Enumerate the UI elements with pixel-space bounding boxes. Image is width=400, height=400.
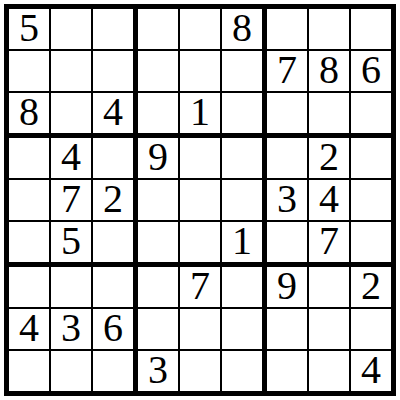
cell-r7c6[interactable]	[222, 267, 262, 307]
cell-r7c9[interactable]: 2	[351, 267, 391, 307]
cell-r1c1[interactable]: 5	[9, 9, 49, 49]
cell-r4c6[interactable]	[222, 138, 262, 178]
cell-r3c7[interactable]	[267, 93, 307, 133]
cell-r2c1[interactable]	[9, 51, 49, 91]
box-9: 924	[267, 267, 391, 391]
given-digit: 8	[19, 92, 39, 132]
cell-r9c9[interactable]: 4	[351, 351, 391, 391]
cell-r2c7[interactable]: 7	[267, 51, 307, 91]
given-digit: 9	[277, 266, 297, 306]
cell-r3c5[interactable]: 1	[180, 93, 220, 133]
cell-r7c3[interactable]	[93, 267, 133, 307]
cell-r7c2[interactable]	[51, 267, 91, 307]
cell-r4c5[interactable]	[180, 138, 220, 178]
given-digit: 7	[319, 221, 339, 261]
cell-r6c3[interactable]	[93, 222, 133, 262]
box-4: 4725	[9, 138, 133, 262]
cell-r9c7[interactable]	[267, 351, 307, 391]
given-digit: 3	[148, 350, 168, 390]
cell-r3c8[interactable]	[309, 93, 349, 133]
cell-r9c1[interactable]	[9, 351, 49, 391]
cell-r5c6[interactable]	[222, 180, 262, 220]
given-digit: 8	[319, 50, 339, 90]
cell-r9c2[interactable]	[51, 351, 91, 391]
cell-r1c3[interactable]	[93, 9, 133, 49]
given-digit: 8	[232, 8, 252, 48]
box-1: 584	[9, 9, 133, 133]
given-digit: 1	[232, 221, 252, 261]
cell-r3c6[interactable]	[222, 93, 262, 133]
cell-r2c6[interactable]	[222, 51, 262, 91]
cell-r2c5[interactable]	[180, 51, 220, 91]
cell-r2c3[interactable]	[93, 51, 133, 91]
given-digit: 5	[19, 8, 39, 48]
cell-r8c8[interactable]	[309, 309, 349, 349]
cell-r1c8[interactable]	[309, 9, 349, 49]
cell-r6c5[interactable]	[180, 222, 220, 262]
sudoku-grid: 58481786472591234743673924	[9, 9, 391, 391]
cell-r4c2[interactable]: 4	[51, 138, 91, 178]
given-digit: 2	[103, 179, 123, 219]
given-digit: 7	[61, 179, 81, 219]
cell-r3c4[interactable]	[138, 93, 178, 133]
cell-r1c4[interactable]	[138, 9, 178, 49]
given-digit: 7	[190, 266, 210, 306]
given-digit: 4	[319, 179, 339, 219]
cell-r5c9[interactable]	[351, 180, 391, 220]
cell-r8c2[interactable]: 3	[51, 309, 91, 349]
cell-r8c5[interactable]	[180, 309, 220, 349]
cell-r4c7[interactable]	[267, 138, 307, 178]
given-digit: 9	[148, 137, 168, 177]
cell-r4c1[interactable]	[9, 138, 49, 178]
cell-r5c1[interactable]	[9, 180, 49, 220]
cell-r6c1[interactable]	[9, 222, 49, 262]
box-8: 73	[138, 267, 262, 391]
cell-r5c3[interactable]: 2	[93, 180, 133, 220]
cell-r9c4[interactable]: 3	[138, 351, 178, 391]
cell-r8c1[interactable]: 4	[9, 309, 49, 349]
cell-r2c4[interactable]	[138, 51, 178, 91]
cell-r2c2[interactable]	[51, 51, 91, 91]
given-digit: 2	[361, 266, 381, 306]
given-digit: 3	[277, 179, 297, 219]
given-digit: 1	[190, 92, 210, 132]
cell-r8c9[interactable]	[351, 309, 391, 349]
box-5: 91	[138, 138, 262, 262]
given-digit: 2	[319, 137, 339, 177]
cell-r2c9[interactable]: 6	[351, 51, 391, 91]
cell-r8c3[interactable]: 6	[93, 309, 133, 349]
given-digit: 6	[361, 50, 381, 90]
cell-r9c3[interactable]	[93, 351, 133, 391]
cell-r9c6[interactable]	[222, 351, 262, 391]
box-6: 2347	[267, 138, 391, 262]
cell-r6c6[interactable]: 1	[222, 222, 262, 262]
cell-r6c8[interactable]: 7	[309, 222, 349, 262]
cell-r6c9[interactable]	[351, 222, 391, 262]
given-digit: 3	[61, 308, 81, 348]
given-digit: 5	[61, 221, 81, 261]
cell-r8c4[interactable]	[138, 309, 178, 349]
cell-r7c5[interactable]: 7	[180, 267, 220, 307]
cell-r8c6[interactable]	[222, 309, 262, 349]
cell-r7c8[interactable]	[309, 267, 349, 307]
cell-r3c3[interactable]: 4	[93, 93, 133, 133]
cell-r5c5[interactable]	[180, 180, 220, 220]
cell-r3c1[interactable]: 8	[9, 93, 49, 133]
sudoku-board: 58481786472591234743673924	[4, 4, 396, 396]
cell-r4c3[interactable]	[93, 138, 133, 178]
cell-r8c7[interactable]	[267, 309, 307, 349]
given-digit: 4	[19, 308, 39, 348]
cell-r5c8[interactable]: 4	[309, 180, 349, 220]
cell-r1c5[interactable]	[180, 9, 220, 49]
cell-r3c9[interactable]	[351, 93, 391, 133]
cell-r6c4[interactable]	[138, 222, 178, 262]
cell-r1c9[interactable]	[351, 9, 391, 49]
given-digit: 4	[61, 137, 81, 177]
cell-r9c5[interactable]	[180, 351, 220, 391]
given-digit: 6	[103, 308, 123, 348]
box-7: 436	[9, 267, 133, 391]
box-3: 786	[267, 9, 391, 133]
cell-r4c4[interactable]: 9	[138, 138, 178, 178]
cell-r1c2[interactable]	[51, 9, 91, 49]
cell-r3c2[interactable]	[51, 93, 91, 133]
cell-r1c6[interactable]: 8	[222, 9, 262, 49]
cell-r4c9[interactable]	[351, 138, 391, 178]
given-digit: 4	[103, 92, 123, 132]
cell-r6c2[interactable]: 5	[51, 222, 91, 262]
cell-r2c8[interactable]: 8	[309, 51, 349, 91]
cell-r4c8[interactable]: 2	[309, 138, 349, 178]
cell-r7c7[interactable]: 9	[267, 267, 307, 307]
cell-r9c8[interactable]	[309, 351, 349, 391]
given-digit: 7	[277, 50, 297, 90]
box-2: 81	[138, 9, 262, 133]
cell-r7c4[interactable]	[138, 267, 178, 307]
cell-r1c7[interactable]	[267, 9, 307, 49]
cell-r6c7[interactable]	[267, 222, 307, 262]
cell-r5c7[interactable]: 3	[267, 180, 307, 220]
given-digit: 4	[361, 350, 381, 390]
cell-r5c2[interactable]: 7	[51, 180, 91, 220]
cell-r5c4[interactable]	[138, 180, 178, 220]
cell-r7c1[interactable]	[9, 267, 49, 307]
